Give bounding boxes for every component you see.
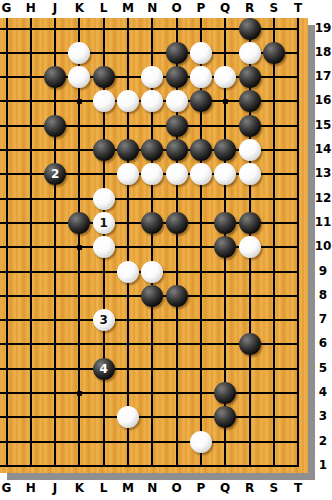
- row-label-right: 19: [314, 21, 332, 35]
- go-board[interactable]: 2134: [0, 18, 308, 473]
- stone-black[interactable]: [190, 139, 212, 161]
- stone-black[interactable]: [141, 212, 163, 234]
- stone-white[interactable]: [93, 188, 115, 210]
- stone-white[interactable]: [190, 431, 212, 453]
- stone-white[interactable]: [141, 261, 163, 283]
- column-label-bottom: P: [192, 481, 210, 495]
- stone-black[interactable]: [68, 212, 90, 234]
- stone-black[interactable]: [93, 66, 115, 88]
- grid-line-vertical: [273, 18, 275, 467]
- move-number-label: 1: [100, 216, 108, 230]
- move-number-label: 2: [51, 167, 59, 181]
- stone-black[interactable]: [44, 66, 66, 88]
- stone-white[interactable]: [68, 66, 90, 88]
- row-label-right: 8: [314, 288, 332, 302]
- go-diagram: GHJKLMNOPQRST 2134 191817161514131211109…: [0, 0, 332, 500]
- grid-line-vertical: [30, 18, 32, 467]
- star-point: [77, 245, 82, 250]
- stone-black[interactable]: [214, 139, 236, 161]
- row-label-right: 4: [314, 385, 332, 399]
- stone-white[interactable]: [166, 163, 188, 185]
- stone-white[interactable]: [117, 90, 139, 112]
- row-label-right: 17: [314, 69, 332, 83]
- column-label-top: L: [95, 1, 113, 15]
- row-label-right: 12: [314, 191, 332, 205]
- stone-white[interactable]: [93, 90, 115, 112]
- stone-white[interactable]: [117, 261, 139, 283]
- column-label-bottom: Q: [216, 481, 234, 495]
- stone-white[interactable]: [190, 163, 212, 185]
- stone-black[interactable]: [166, 115, 188, 137]
- stone-black[interactable]: [239, 212, 261, 234]
- move-number-label: 3: [100, 313, 108, 327]
- column-label-top: T: [289, 1, 307, 15]
- column-label-top: N: [143, 1, 161, 15]
- column-label-bottom: M: [119, 481, 137, 495]
- row-label-right: 3: [314, 409, 332, 423]
- stone-black[interactable]: [239, 18, 261, 40]
- stone-black[interactable]: [117, 139, 139, 161]
- stone-black[interactable]: [190, 90, 212, 112]
- stone-black[interactable]: [239, 115, 261, 137]
- column-label-top: K: [70, 1, 88, 15]
- stone-white[interactable]: 3: [93, 309, 115, 331]
- column-label-bottom: J: [46, 481, 64, 495]
- column-label-bottom: K: [70, 481, 88, 495]
- column-label-bottom: N: [143, 481, 161, 495]
- grid-line-horizontal: [0, 465, 299, 467]
- stone-white[interactable]: [214, 163, 236, 185]
- stone-black[interactable]: [166, 42, 188, 64]
- row-label-right: 10: [314, 239, 332, 253]
- stone-white[interactable]: [141, 163, 163, 185]
- row-label-right: 6: [314, 336, 332, 350]
- row-label-right: 5: [314, 361, 332, 375]
- stone-white[interactable]: [166, 90, 188, 112]
- row-label-right: 13: [314, 166, 332, 180]
- stone-black[interactable]: [141, 139, 163, 161]
- row-label-right: 1: [314, 458, 332, 472]
- stone-white[interactable]: [239, 42, 261, 64]
- stone-white[interactable]: [214, 66, 236, 88]
- column-label-top: P: [192, 1, 210, 15]
- stone-black[interactable]: [141, 285, 163, 307]
- column-label-bottom: T: [289, 481, 307, 495]
- stone-black[interactable]: [239, 66, 261, 88]
- stone-black[interactable]: [166, 139, 188, 161]
- row-label-right: 11: [314, 215, 332, 229]
- grid-line-horizontal: [0, 198, 299, 200]
- column-label-bottom: G: [0, 481, 16, 495]
- star-point: [77, 99, 82, 104]
- move-number-label: 4: [100, 362, 108, 376]
- stone-white[interactable]: [239, 139, 261, 161]
- stone-white[interactable]: [68, 42, 90, 64]
- stone-black[interactable]: [263, 42, 285, 64]
- stone-white[interactable]: [239, 163, 261, 185]
- grid-line-horizontal: [0, 368, 299, 370]
- stone-white[interactable]: [239, 236, 261, 258]
- stone-black[interactable]: [166, 285, 188, 307]
- stone-black[interactable]: [239, 333, 261, 355]
- grid-line-horizontal: [0, 416, 299, 418]
- grid-line-horizontal: [0, 392, 299, 394]
- stone-black[interactable]: [214, 236, 236, 258]
- stone-white[interactable]: [141, 66, 163, 88]
- stone-white[interactable]: [141, 90, 163, 112]
- stone-white[interactable]: [117, 406, 139, 428]
- stone-black[interactable]: [214, 406, 236, 428]
- column-label-bottom: O: [168, 481, 186, 495]
- column-label-top: H: [22, 1, 40, 15]
- column-label-top: J: [46, 1, 64, 15]
- stone-black[interactable]: [214, 382, 236, 404]
- stone-black[interactable]: [214, 212, 236, 234]
- column-label-top: M: [119, 1, 137, 15]
- column-label-top: Q: [216, 1, 234, 15]
- row-label-right: 16: [314, 93, 332, 107]
- row-label-right: 14: [314, 142, 332, 156]
- stone-black[interactable]: [44, 115, 66, 137]
- grid-line-horizontal: [0, 319, 299, 321]
- grid-line-vertical: [6, 18, 8, 467]
- column-label-bottom: L: [95, 481, 113, 495]
- stone-white[interactable]: [190, 42, 212, 64]
- row-label-right: 7: [314, 312, 332, 326]
- stone-black[interactable]: [239, 90, 261, 112]
- grid-line-vertical: [127, 18, 129, 467]
- stone-white[interactable]: [93, 236, 115, 258]
- stone-black[interactable]: 2: [44, 163, 66, 185]
- column-label-top: O: [168, 1, 186, 15]
- stone-black[interactable]: [166, 66, 188, 88]
- stone-white[interactable]: [117, 163, 139, 185]
- stone-white[interactable]: [190, 66, 212, 88]
- column-label-bottom: H: [22, 481, 40, 495]
- row-label-right: 9: [314, 264, 332, 278]
- column-label-top: R: [241, 1, 259, 15]
- stone-black[interactable]: [93, 139, 115, 161]
- stone-white[interactable]: 1: [93, 212, 115, 234]
- row-label-right: 2: [314, 434, 332, 448]
- row-label-right: 18: [314, 45, 332, 59]
- grid-line-vertical: [297, 18, 299, 467]
- star-point: [77, 391, 82, 396]
- column-label-bottom: S: [265, 481, 283, 495]
- column-label-top: S: [265, 1, 283, 15]
- column-label-top: G: [0, 1, 16, 15]
- column-label-bottom: R: [241, 481, 259, 495]
- row-label-right: 15: [314, 118, 332, 132]
- stone-black[interactable]: 4: [93, 358, 115, 380]
- grid-line-horizontal: [0, 441, 299, 443]
- stone-black[interactable]: [166, 212, 188, 234]
- star-point: [223, 99, 228, 104]
